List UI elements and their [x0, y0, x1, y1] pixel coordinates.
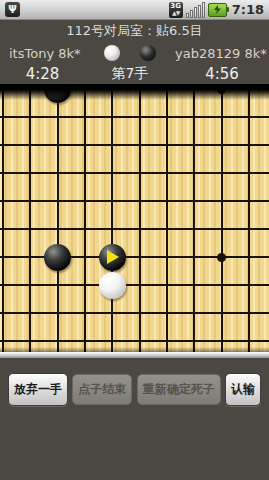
3g-data-icon: 3G ▲▼	[169, 2, 183, 18]
board-grid-line	[0, 116, 269, 118]
board-grid-line	[0, 172, 269, 174]
stone-indicators	[85, 45, 175, 61]
usb-icon: Ψ	[5, 2, 20, 17]
battery-charging-icon	[208, 3, 227, 17]
board-grid-line	[0, 228, 269, 230]
right-player-clock: 4:56	[175, 65, 269, 83]
room-title: 112号对局室：贴6.5目	[0, 20, 269, 42]
move-counter: 第7手	[85, 65, 175, 83]
go-board[interactable]	[0, 84, 269, 352]
black-stone-indicator	[140, 45, 156, 61]
data-arrows-icon: ▲▼	[172, 10, 179, 16]
board-top-shade	[0, 84, 269, 100]
redetermine-dead-stones-button[interactable]: 重新确定死子	[137, 374, 221, 405]
signal-strength-icon	[186, 2, 205, 18]
resign-button[interactable]: 认输	[225, 373, 261, 406]
go-game-screen: Ψ 3G ▲▼ 7:18 112号对局室：贴6.5目 itsTony 8k* y…	[0, 0, 269, 480]
white-stone	[99, 272, 126, 299]
board-bottom-shade	[0, 347, 269, 352]
clocks-row: 4:28 第7手 4:56	[0, 64, 269, 84]
black-stone	[44, 244, 71, 271]
board-grid-line	[0, 256, 269, 258]
board-grid-line	[0, 144, 269, 146]
black-stone-last-move	[99, 244, 126, 271]
board-grid-line	[0, 312, 269, 314]
pass-button[interactable]: 放弃一手	[8, 373, 68, 406]
last-move-triangle-icon	[107, 250, 119, 264]
right-player-name: yab28129 8k*	[175, 46, 269, 61]
board-grid-line	[0, 200, 269, 202]
star-point	[217, 253, 226, 262]
left-player-clock: 4:28	[0, 65, 85, 83]
board-grid-line	[0, 284, 269, 286]
status-clock: 7:18	[232, 2, 264, 17]
game-header: 112号对局室：贴6.5目 itsTony 8k* yab28129 8k* 4…	[0, 20, 269, 84]
action-bar: 放弃一手 点子结束 重新确定死子 认输	[0, 358, 269, 480]
left-player-name: itsTony 8k*	[0, 46, 85, 61]
android-status-bar: Ψ 3G ▲▼ 7:18	[0, 0, 269, 20]
board-grid-line	[0, 340, 269, 342]
white-stone-indicator	[104, 45, 120, 61]
status-icons: 3G ▲▼ 7:18	[169, 2, 266, 18]
count-finish-button[interactable]: 点子结束	[72, 374, 132, 405]
players-row: itsTony 8k* yab28129 8k*	[0, 42, 269, 64]
